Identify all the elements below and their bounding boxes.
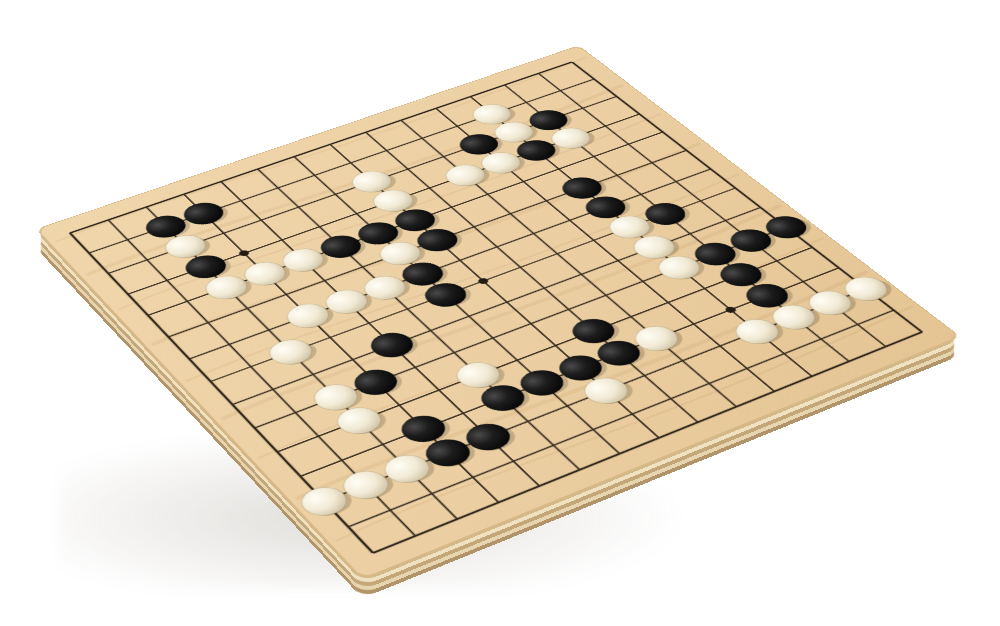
product-photo-scene: [0, 0, 1000, 626]
